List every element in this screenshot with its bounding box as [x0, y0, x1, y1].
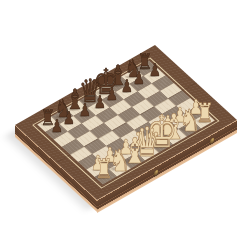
- dark-pawn-piece: ♟: [121, 78, 133, 96]
- dark-pawn-piece: ♟: [51, 118, 63, 136]
- dark-pawn-piece: ♟: [133, 70, 145, 88]
- dark-pawn-piece: ♟: [106, 86, 118, 104]
- light-rook-piece: ♜: [95, 156, 114, 183]
- chess-set-product-photo: ♜♞♝♛♚♝♞♜♟♟♟♟♟♟♟♟♟♟♟♟♟♟♟♟♜♞♝♛♚♝♞♜: [0, 0, 250, 250]
- dark-pawn-piece: ♟: [63, 110, 75, 128]
- dark-pawn-piece: ♟: [148, 62, 160, 80]
- dark-pawn-piece: ♟: [94, 94, 106, 112]
- dark-pawn-piece: ♟: [78, 102, 90, 120]
- brass-clasp: [210, 137, 214, 145]
- brass-clasp: [154, 168, 158, 176]
